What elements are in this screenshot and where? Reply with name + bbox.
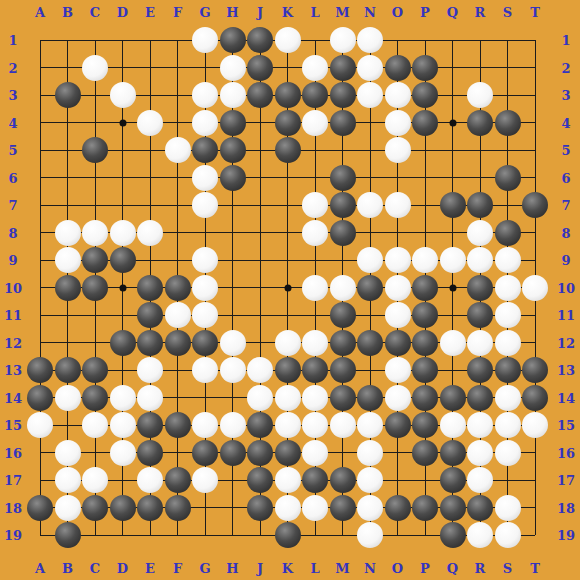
column-label: N [364, 6, 376, 19]
column-label: N [364, 562, 376, 575]
stone-white [220, 357, 246, 383]
stone-white [495, 522, 521, 548]
stone-black [110, 495, 136, 521]
stone-white [275, 385, 301, 411]
stone-black [412, 110, 438, 136]
stone-black [275, 137, 301, 163]
stone-black [220, 27, 246, 53]
stone-black [192, 440, 218, 466]
column-label: L [310, 6, 319, 19]
row-label: 9 [8, 254, 17, 267]
stone-black [110, 330, 136, 356]
stone-white [247, 357, 273, 383]
stone-white [357, 412, 383, 438]
stone-white [330, 27, 356, 53]
row-label: 10 [4, 281, 22, 294]
stone-white [82, 412, 108, 438]
stone-black [220, 137, 246, 163]
row-label: 7 [8, 199, 17, 212]
row-label: 4 [561, 116, 570, 129]
row-label: 3 [8, 89, 17, 102]
column-label: R [475, 6, 486, 19]
stone-black [522, 192, 548, 218]
stone-black [412, 275, 438, 301]
column-label: L [310, 562, 319, 575]
column-label: S [503, 6, 512, 19]
row-label: 12 [4, 336, 22, 349]
stone-white [220, 412, 246, 438]
stone-black [275, 522, 301, 548]
stone-white [357, 27, 383, 53]
column-label: Q [447, 562, 458, 575]
stone-white [192, 82, 218, 108]
stone-black [412, 55, 438, 81]
stone-black [137, 495, 163, 521]
stone-white [440, 247, 466, 273]
stone-black [330, 302, 356, 328]
stone-black [247, 27, 273, 53]
stone-white [220, 55, 246, 81]
stone-black [247, 55, 273, 81]
stone-black [220, 110, 246, 136]
row-label: 3 [561, 89, 570, 102]
stone-white [220, 82, 246, 108]
row-label: 11 [557, 309, 575, 322]
row-label: 6 [561, 171, 570, 184]
stone-white [192, 467, 218, 493]
stone-white [55, 385, 81, 411]
column-label: B [62, 562, 73, 575]
column-label: P [420, 6, 430, 19]
stone-white [275, 27, 301, 53]
column-label: O [392, 562, 403, 575]
stone-white [467, 412, 493, 438]
stone-white [467, 247, 493, 273]
stone-black [137, 412, 163, 438]
row-label: 2 [8, 61, 17, 74]
stone-white [192, 165, 218, 191]
stone-white [467, 467, 493, 493]
stone-white [357, 55, 383, 81]
stone-black [247, 440, 273, 466]
stone-white [302, 330, 328, 356]
stone-black [137, 275, 163, 301]
stone-white [192, 192, 218, 218]
column-label: J [257, 562, 263, 575]
stone-white [495, 495, 521, 521]
column-label: C [90, 562, 100, 575]
column-label: F [173, 6, 182, 19]
stone-white [192, 275, 218, 301]
stone-white [522, 275, 548, 301]
stone-white [385, 192, 411, 218]
stone-white [357, 247, 383, 273]
stone-white [330, 412, 356, 438]
stone-white [82, 220, 108, 246]
star-point [119, 284, 126, 291]
stone-white [275, 412, 301, 438]
stone-black [165, 330, 191, 356]
row-label: 12 [557, 336, 575, 349]
stone-black [330, 165, 356, 191]
stone-black [165, 467, 191, 493]
stone-white [27, 412, 53, 438]
stone-black [440, 440, 466, 466]
stone-black [330, 55, 356, 81]
column-label: B [62, 6, 73, 19]
stone-black [357, 275, 383, 301]
stone-black [440, 467, 466, 493]
stone-black [302, 82, 328, 108]
stone-white [275, 495, 301, 521]
stone-white [302, 110, 328, 136]
stone-black [165, 275, 191, 301]
row-label: 11 [4, 309, 22, 322]
stone-white [302, 192, 328, 218]
stone-white [137, 385, 163, 411]
stone-white [412, 247, 438, 273]
stone-black [110, 247, 136, 273]
stone-black [412, 495, 438, 521]
stone-white [302, 412, 328, 438]
stone-white [137, 357, 163, 383]
stone-black [385, 412, 411, 438]
row-label: 15 [4, 419, 22, 432]
column-label: O [392, 6, 403, 19]
stone-black [467, 357, 493, 383]
stone-white [137, 110, 163, 136]
row-label: 13 [557, 364, 575, 377]
column-label: C [90, 6, 100, 19]
stone-white [302, 220, 328, 246]
stone-white [110, 385, 136, 411]
stone-white [110, 412, 136, 438]
stone-white [440, 330, 466, 356]
stone-white [192, 302, 218, 328]
stone-white [82, 467, 108, 493]
column-label: S [503, 562, 512, 575]
stone-white [137, 220, 163, 246]
stone-black [302, 357, 328, 383]
stone-black [357, 330, 383, 356]
column-label: D [117, 6, 128, 19]
go-board[interactable]: AABBCCDDEEFFGGHHJJKKLLMMNNOOPPQQRRSSTT11… [0, 0, 580, 580]
stone-white [302, 275, 328, 301]
stone-black [302, 467, 328, 493]
row-label: 8 [8, 226, 17, 239]
stone-white [385, 302, 411, 328]
row-label: 16 [557, 446, 575, 459]
stone-white [220, 330, 246, 356]
stone-black [522, 357, 548, 383]
stone-white [110, 220, 136, 246]
stone-black [275, 110, 301, 136]
stone-white [192, 412, 218, 438]
stone-white [192, 110, 218, 136]
column-label: F [173, 562, 182, 575]
column-label: K [282, 562, 293, 575]
stone-black [412, 440, 438, 466]
row-label: 5 [8, 144, 17, 157]
column-label: M [335, 6, 349, 19]
stone-black [467, 110, 493, 136]
stone-white [495, 412, 521, 438]
stone-white [385, 247, 411, 273]
stone-black [412, 330, 438, 356]
row-label: 10 [557, 281, 575, 294]
column-label: Q [447, 6, 458, 19]
row-label: 2 [561, 61, 570, 74]
column-label: H [226, 562, 238, 575]
stone-white [302, 495, 328, 521]
stone-black [495, 357, 521, 383]
stone-black [82, 357, 108, 383]
row-label: 9 [561, 254, 570, 267]
stone-black [55, 522, 81, 548]
stone-black [330, 220, 356, 246]
stone-white [357, 82, 383, 108]
stone-black [440, 522, 466, 548]
stone-white [385, 357, 411, 383]
stone-black [247, 467, 273, 493]
row-label: 14 [557, 391, 575, 404]
stone-black [467, 302, 493, 328]
row-label: 6 [8, 171, 17, 184]
stone-white [357, 192, 383, 218]
stone-white [55, 220, 81, 246]
stone-black [330, 495, 356, 521]
row-label: 1 [561, 34, 570, 47]
stone-white [440, 412, 466, 438]
row-label: 18 [557, 501, 575, 514]
stone-black [330, 330, 356, 356]
stone-black [522, 385, 548, 411]
stone-white [385, 82, 411, 108]
star-point [119, 119, 126, 126]
stone-white [302, 55, 328, 81]
column-label: T [530, 6, 540, 19]
stone-black [247, 495, 273, 521]
stone-black [330, 110, 356, 136]
column-label: M [335, 562, 349, 575]
stone-black [82, 495, 108, 521]
stone-black [440, 192, 466, 218]
stone-black [275, 357, 301, 383]
column-label: G [199, 6, 210, 19]
stone-white [385, 137, 411, 163]
stone-white [357, 467, 383, 493]
stone-black [247, 82, 273, 108]
stone-white [55, 495, 81, 521]
star-point [449, 119, 456, 126]
stone-black [330, 385, 356, 411]
stone-black [357, 385, 383, 411]
row-label: 8 [561, 226, 570, 239]
column-label: A [35, 6, 45, 19]
column-label: A [35, 562, 45, 575]
stone-black [55, 275, 81, 301]
stone-black [330, 82, 356, 108]
row-label: 19 [557, 529, 575, 542]
row-label: 17 [4, 474, 22, 487]
stone-white [385, 275, 411, 301]
stone-white [137, 467, 163, 493]
stone-black [385, 330, 411, 356]
stone-black [192, 330, 218, 356]
stone-black [467, 495, 493, 521]
stone-white [55, 247, 81, 273]
column-label: D [117, 562, 128, 575]
row-label: 15 [557, 419, 575, 432]
stone-black [385, 495, 411, 521]
stone-white [495, 247, 521, 273]
stone-black [82, 247, 108, 273]
stone-black [385, 55, 411, 81]
stone-black [165, 412, 191, 438]
stone-black [27, 357, 53, 383]
stone-white [467, 440, 493, 466]
stone-black [330, 357, 356, 383]
row-label: 5 [561, 144, 570, 157]
stone-black [412, 357, 438, 383]
stone-black [27, 385, 53, 411]
stone-white [357, 522, 383, 548]
row-label: 13 [4, 364, 22, 377]
column-label: T [530, 562, 540, 575]
row-label: 4 [8, 116, 17, 129]
column-label: H [226, 6, 238, 19]
stone-white [275, 330, 301, 356]
stone-black [440, 495, 466, 521]
stone-white [165, 137, 191, 163]
stone-black [412, 82, 438, 108]
stone-black [55, 82, 81, 108]
stone-white [467, 330, 493, 356]
stone-black [55, 357, 81, 383]
stone-white [467, 220, 493, 246]
stone-black [495, 220, 521, 246]
stone-white [275, 467, 301, 493]
stone-black [137, 302, 163, 328]
stone-black [192, 137, 218, 163]
star-point [284, 284, 291, 291]
row-label: 19 [4, 529, 22, 542]
column-label: E [145, 6, 155, 19]
stone-white [55, 440, 81, 466]
stone-black [82, 385, 108, 411]
stone-white [495, 385, 521, 411]
stone-black [440, 385, 466, 411]
stone-black [82, 137, 108, 163]
stone-white [192, 27, 218, 53]
stone-white [192, 357, 218, 383]
stone-black [137, 440, 163, 466]
stone-black [467, 275, 493, 301]
stone-black [467, 192, 493, 218]
column-label: P [420, 562, 430, 575]
stone-white [110, 440, 136, 466]
stone-black [275, 440, 301, 466]
stone-black [412, 385, 438, 411]
stone-white [55, 467, 81, 493]
stone-white [165, 302, 191, 328]
stone-black [165, 495, 191, 521]
stone-black [412, 302, 438, 328]
stone-white [302, 385, 328, 411]
row-label: 1 [8, 34, 17, 47]
stone-black [220, 440, 246, 466]
stone-white [330, 275, 356, 301]
stone-white [385, 110, 411, 136]
stone-black [247, 412, 273, 438]
row-label: 17 [557, 474, 575, 487]
stone-black [467, 385, 493, 411]
stone-black [495, 165, 521, 191]
stone-white [82, 55, 108, 81]
stone-white [302, 440, 328, 466]
stone-white [495, 275, 521, 301]
stone-black [330, 467, 356, 493]
stone-white [385, 385, 411, 411]
row-label: 7 [561, 199, 570, 212]
stone-white [495, 440, 521, 466]
column-label: G [199, 562, 210, 575]
stone-black [82, 275, 108, 301]
stone-white [110, 82, 136, 108]
row-label: 16 [4, 446, 22, 459]
stone-black [220, 165, 246, 191]
column-label: J [257, 6, 263, 19]
stone-white [357, 440, 383, 466]
stone-white [357, 495, 383, 521]
stone-black [330, 192, 356, 218]
stone-black [275, 82, 301, 108]
stone-black [412, 412, 438, 438]
stone-black [27, 495, 53, 521]
star-point [449, 284, 456, 291]
row-label: 14 [4, 391, 22, 404]
column-label: R [475, 562, 486, 575]
row-label: 18 [4, 501, 22, 514]
column-label: K [282, 6, 293, 19]
stone-white [495, 330, 521, 356]
stone-black [137, 330, 163, 356]
stone-white [467, 82, 493, 108]
stone-white [467, 522, 493, 548]
stone-white [192, 247, 218, 273]
stone-white [522, 412, 548, 438]
stone-black [495, 110, 521, 136]
stone-white [495, 302, 521, 328]
grid-line [40, 315, 535, 316]
column-label: E [145, 562, 155, 575]
stone-white [247, 385, 273, 411]
